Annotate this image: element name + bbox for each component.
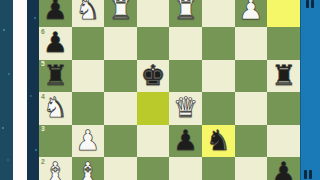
square-e7[interactable]: ♜: [169, 0, 202, 27]
square-c3[interactable]: [104, 125, 137, 158]
left-background-strip: [0, 0, 13, 180]
square-b6[interactable]: [72, 27, 105, 60]
square-a3[interactable]: 3: [39, 125, 72, 158]
square-c7[interactable]: ♜: [104, 0, 137, 27]
square-h5[interactable]: ♜: [267, 60, 300, 93]
pause-icon-top[interactable]: [306, 0, 314, 8]
square-f4[interactable]: [202, 92, 235, 125]
white-pawn-b3-icon[interactable]: ♟: [75, 125, 100, 158]
white-pawn-g7-icon[interactable]: ♟: [238, 0, 263, 27]
black-knight-f3-icon[interactable]: ♞: [206, 125, 231, 158]
black-king-d5-icon[interactable]: ♚: [141, 60, 166, 93]
square-f7[interactable]: [202, 0, 235, 27]
square-f3[interactable]: ♞: [202, 125, 235, 158]
square-c2[interactable]: [104, 157, 137, 180]
square-g4[interactable]: [235, 92, 268, 125]
pause-bar: [311, 0, 314, 8]
square-g5[interactable]: [235, 60, 268, 93]
square-b4[interactable]: [72, 92, 105, 125]
square-a2[interactable]: 2♝: [39, 157, 72, 180]
square-d3[interactable]: [137, 125, 170, 158]
square-f6[interactable]: [202, 27, 235, 60]
square-d2[interactable]: [137, 157, 170, 180]
square-e5[interactable]: [169, 60, 202, 93]
rank-label-4: 4: [41, 93, 45, 100]
black-rook-a5-icon[interactable]: ♜: [43, 60, 68, 93]
white-bishop-b2-icon[interactable]: ♝: [75, 157, 100, 180]
square-b7[interactable]: ♞: [72, 0, 105, 27]
square-d6[interactable]: [137, 27, 170, 60]
chess-board: ♟♞♜♜♟6♟5♜♚♜4♞♛3♟♟♞2♝♝♟: [39, 0, 300, 180]
video-frame: ♟♞♜♜♟6♟5♜♚♜4♞♛3♟♟♞2♝♝♟: [0, 0, 320, 180]
square-a4[interactable]: 4♞: [39, 92, 72, 125]
square-h7[interactable]: [267, 0, 300, 27]
white-knight-a4-icon[interactable]: ♞: [43, 92, 68, 125]
square-a7[interactable]: ♟: [39, 0, 72, 27]
square-e4[interactable]: ♛: [169, 92, 202, 125]
white-rook-c7-icon[interactable]: ♜: [108, 0, 133, 27]
rank-label-5: 5: [41, 60, 45, 67]
square-f5[interactable]: [202, 60, 235, 93]
square-f2[interactable]: [202, 157, 235, 180]
black-rook-h5-icon[interactable]: ♜: [271, 60, 296, 93]
white-rook-e7-icon[interactable]: ♜: [173, 0, 198, 27]
black-pawn-e3-icon[interactable]: ♟: [173, 125, 198, 158]
rank-label-6: 6: [41, 28, 45, 35]
square-b2[interactable]: ♝: [72, 157, 105, 180]
square-h6[interactable]: [267, 27, 300, 60]
square-a6[interactable]: 6♟: [39, 27, 72, 60]
square-h3[interactable]: [267, 125, 300, 158]
square-h2[interactable]: ♟: [267, 157, 300, 180]
square-b3[interactable]: ♟: [72, 125, 105, 158]
square-d7[interactable]: [137, 0, 170, 27]
white-bishop-a2-icon[interactable]: ♝: [43, 157, 68, 180]
square-g6[interactable]: [235, 27, 268, 60]
square-g2[interactable]: [235, 157, 268, 180]
square-d5[interactable]: ♚: [137, 60, 170, 93]
square-c4[interactable]: [104, 92, 137, 125]
square-g7[interactable]: ♟: [235, 0, 268, 27]
square-h4[interactable]: [267, 92, 300, 125]
square-e6[interactable]: [169, 27, 202, 60]
square-g3[interactable]: [235, 125, 268, 158]
square-e2[interactable]: [169, 157, 202, 180]
white-divider-strip: [13, 0, 27, 180]
square-b5[interactable]: [72, 60, 105, 93]
black-pawn-h2-icon[interactable]: ♟: [271, 157, 296, 180]
pause-bar: [306, 0, 309, 8]
black-pawn-a6-icon[interactable]: ♟: [43, 27, 68, 60]
square-a5[interactable]: 5♜: [39, 60, 72, 93]
rank-label-2: 2: [41, 158, 45, 165]
black-pawn-a7-icon[interactable]: ♟: [43, 0, 68, 27]
navy-divider-strip: [27, 0, 39, 180]
right-player-strip: [300, 0, 320, 180]
white-queen-e4-icon[interactable]: ♛: [173, 92, 198, 125]
pause-icon-bottom[interactable]: [304, 170, 312, 179]
rank-label-3: 3: [41, 125, 45, 132]
white-knight-b7-icon[interactable]: ♞: [75, 0, 100, 27]
square-d4[interactable]: [137, 92, 170, 125]
square-c5[interactable]: [104, 60, 137, 93]
square-e3[interactable]: ♟: [169, 125, 202, 158]
pause-bar: [309, 170, 312, 179]
pause-bar: [304, 170, 307, 179]
square-c6[interactable]: [104, 27, 137, 60]
